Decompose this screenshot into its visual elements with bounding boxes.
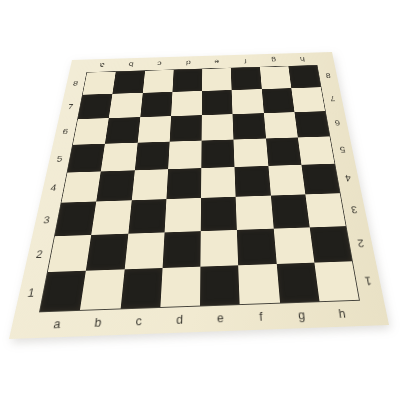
square <box>96 170 134 201</box>
square <box>268 165 305 196</box>
square <box>124 232 164 269</box>
square <box>200 230 238 267</box>
square <box>233 113 266 140</box>
square <box>235 166 271 197</box>
mat-shadow: a b c d e f g h 8 7 6 5 4 3 2 1 <box>0 0 400 400</box>
square <box>101 143 137 172</box>
square <box>271 195 310 229</box>
rank-label: 8 <box>317 64 339 87</box>
square <box>261 88 294 113</box>
chess-mat: a b c d e f g h 8 7 6 5 4 3 2 1 <box>9 52 389 339</box>
square <box>263 112 297 138</box>
square <box>169 115 201 142</box>
square <box>309 226 351 263</box>
square <box>200 265 240 305</box>
file-label: f <box>231 54 260 67</box>
square <box>61 171 101 202</box>
file-label: h <box>320 301 364 328</box>
square <box>236 196 273 230</box>
square <box>301 164 340 195</box>
file-label: b <box>75 309 119 336</box>
square <box>232 89 264 114</box>
square <box>305 193 345 227</box>
square <box>55 202 96 236</box>
square <box>113 71 145 94</box>
square <box>314 261 359 301</box>
square <box>86 233 128 270</box>
square <box>201 139 234 168</box>
square <box>238 264 279 304</box>
file-label: a <box>86 59 117 73</box>
square <box>48 235 92 272</box>
square <box>260 66 292 89</box>
square <box>202 90 233 115</box>
square <box>164 198 201 232</box>
square <box>202 114 234 141</box>
square <box>67 144 105 173</box>
square <box>40 270 86 311</box>
square <box>134 141 169 170</box>
rank-label: 6 <box>326 110 350 136</box>
square <box>234 138 268 167</box>
file-label: c <box>117 308 160 335</box>
photo-background: a b c d e f g h 8 7 6 5 4 3 2 1 <box>0 0 400 400</box>
square <box>80 269 124 310</box>
file-label: b <box>115 58 145 71</box>
file-label: f <box>240 304 282 331</box>
rank-label: 7 <box>321 86 344 110</box>
rank-label: 4 <box>335 163 361 194</box>
square <box>291 87 325 112</box>
square <box>237 228 276 265</box>
square <box>137 116 171 143</box>
square <box>298 136 335 165</box>
square <box>91 200 131 234</box>
square <box>162 231 200 268</box>
rank-label: 5 <box>330 135 355 163</box>
file-label: d <box>173 56 202 69</box>
file-label: e <box>202 55 231 68</box>
square <box>142 70 173 93</box>
square <box>202 68 232 91</box>
square <box>140 92 172 117</box>
square <box>78 94 113 119</box>
square <box>276 262 319 302</box>
square <box>73 118 109 145</box>
file-label: h <box>287 53 317 66</box>
square <box>166 168 201 199</box>
square <box>168 140 202 169</box>
square <box>288 65 321 88</box>
square <box>131 169 168 200</box>
square <box>273 227 314 264</box>
square <box>266 137 302 166</box>
square <box>120 268 162 309</box>
file-label: e <box>200 305 241 332</box>
file-label: a <box>34 311 79 338</box>
file-label: g <box>259 53 289 66</box>
square <box>294 111 329 137</box>
file-label: d <box>158 307 200 334</box>
square <box>201 167 236 198</box>
square <box>231 67 262 90</box>
rank-label: 3 <box>341 193 369 226</box>
chess-board-grid <box>39 65 360 312</box>
square <box>109 93 142 118</box>
square <box>160 266 200 307</box>
square <box>171 91 202 116</box>
square <box>172 69 202 92</box>
square <box>128 199 166 233</box>
square <box>201 197 237 231</box>
square <box>105 117 140 144</box>
square <box>83 72 116 95</box>
file-label: c <box>144 57 174 70</box>
file-label: g <box>280 302 323 329</box>
